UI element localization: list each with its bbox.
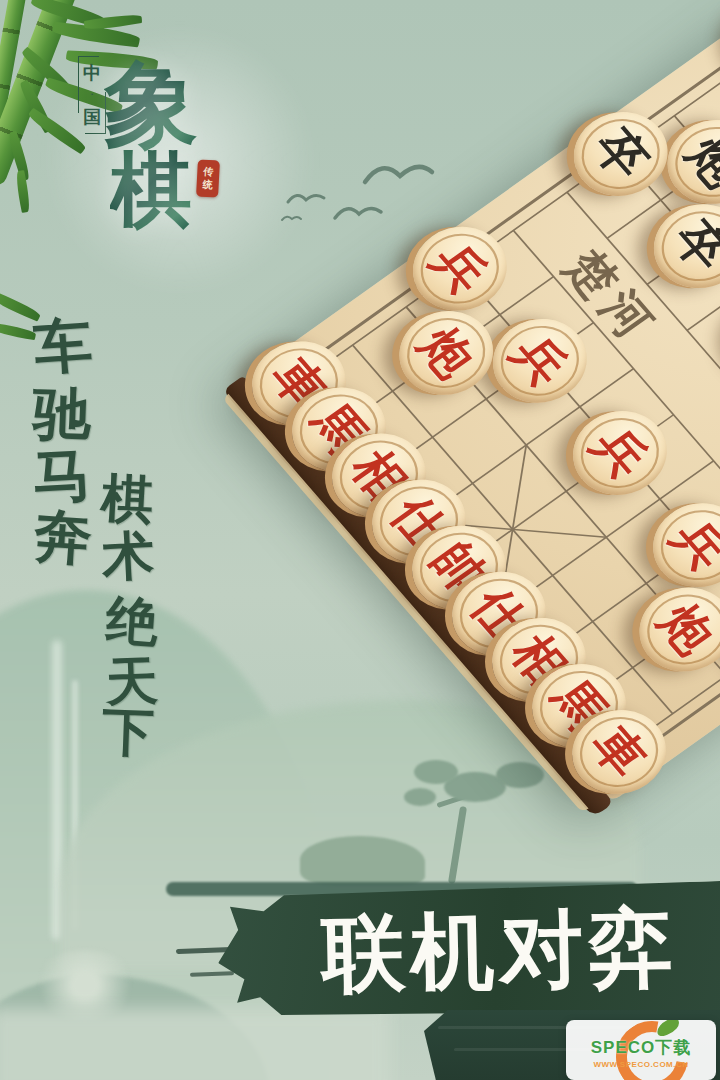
calligraphy-char: 奔: [32, 507, 94, 569]
calligraphy-char: 车: [32, 316, 94, 378]
traditional-seal-badge: 传 统: [196, 159, 220, 197]
online-play-label: 联机对弈: [321, 905, 679, 996]
rock-silhouette: [300, 836, 425, 886]
seal-char: 统: [202, 178, 213, 191]
bamboo-leaf: [13, 170, 32, 213]
seal-char: 传: [203, 166, 214, 179]
calligraphy-char: 马: [32, 447, 93, 508]
logo-bracket-frame: 中 ・ 国: [78, 56, 106, 134]
watermark-brand: SPECO下载: [566, 1036, 716, 1059]
calligraphy-char: 天: [105, 655, 159, 709]
logo-bracket-char: 国: [83, 108, 101, 126]
piece-glyph: 車: [583, 720, 655, 785]
piece-glyph: 兵: [504, 329, 576, 394]
xiangqi-board[interactable]: 楚 河 車馬象士將士象馬車炮炮卒卒卒卒卒兵兵兵兵兵炮炮車馬相仕帥仕相馬車: [255, 0, 720, 791]
piece-glyph: 兵: [424, 236, 496, 301]
calligraphy-char: 棋: [100, 473, 155, 528]
piece-glyph: 炮: [410, 321, 482, 386]
calligraphy-char: 驰: [32, 385, 92, 445]
speco-watermark[interactable]: SPECO下载 WWW.SPECO.COM.CN: [566, 1020, 716, 1080]
online-play-banner-button[interactable]: 联机对弈: [217, 881, 720, 1022]
tree-foliage: [414, 760, 458, 784]
piece-glyph: 炮: [650, 597, 720, 662]
flying-birds-icon: [260, 150, 460, 240]
piece-glyph: 卒: [585, 122, 657, 187]
piece-glyph: 兵: [584, 421, 656, 486]
calligraphy-char: 下: [101, 706, 155, 760]
calligraphy-char: 绝: [104, 594, 160, 650]
logo-title-char: 象: [104, 58, 198, 152]
watermark-url: WWW.SPECO.COM.CN: [566, 1060, 716, 1069]
tree-foliage: [404, 788, 436, 806]
tree-foliage: [496, 762, 544, 788]
logo-bracket-char: 中: [83, 64, 101, 82]
piece-glyph: 炮: [678, 130, 720, 195]
mist-layer: [0, 1008, 390, 1080]
logo-bracket-dot: ・: [88, 91, 96, 99]
piece-glyph: 兵: [664, 513, 720, 578]
bamboo-leaf: [0, 323, 37, 340]
logo-title-char: 棋: [110, 150, 192, 232]
piece-glyph: 卒: [665, 214, 720, 279]
poster-stage: 中 ・ 国 象 棋 传 统 车 驰 马 奔 棋 术 绝 天 下: [0, 0, 720, 1080]
calligraphy-char: 术: [101, 530, 156, 585]
